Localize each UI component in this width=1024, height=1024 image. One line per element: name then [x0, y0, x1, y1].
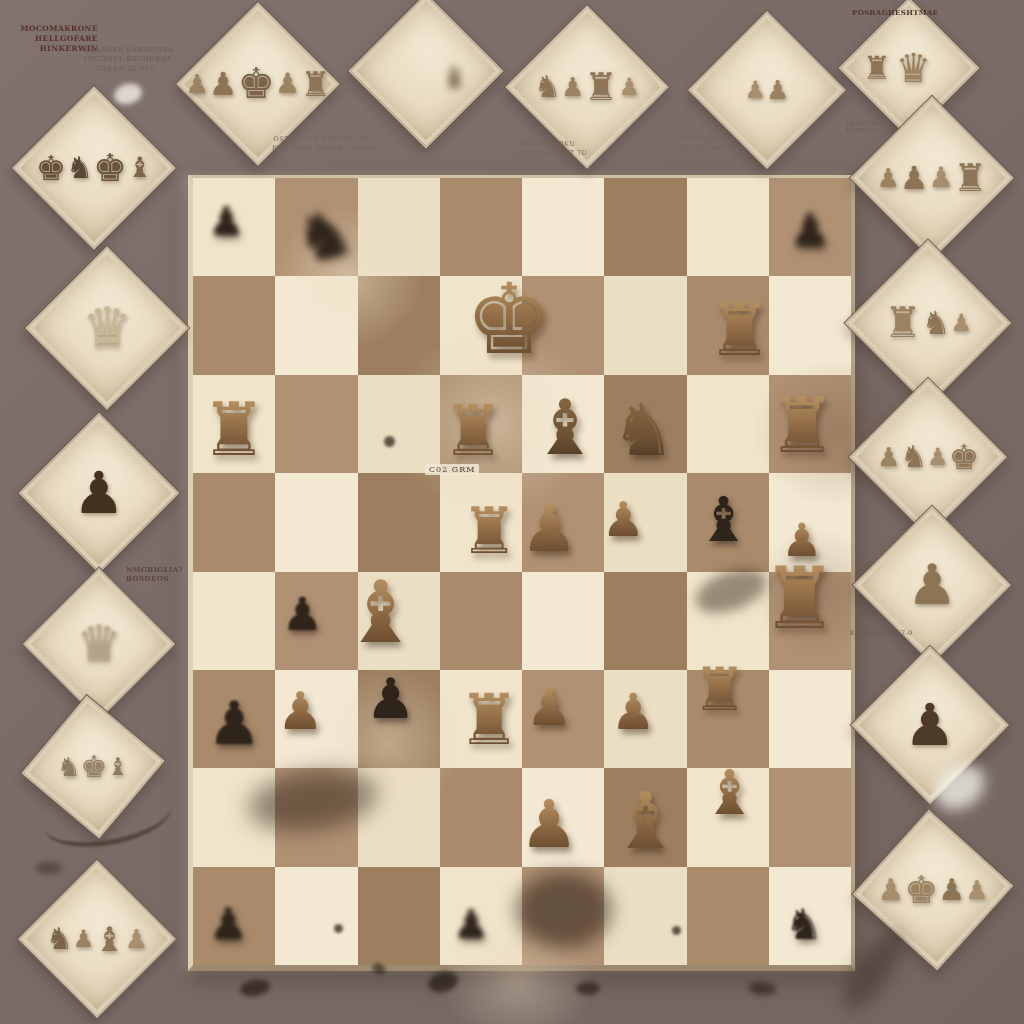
caption-top-left-sub: EERADER EAWBONBAINCOMEL EXCHEBRAGYEAN 36… [84, 46, 168, 74]
vignette-top-group-1-piece-2-icon: ♚ [237, 63, 275, 105]
vignette-right-cluster-2-piece-0-icon: ♟ [877, 444, 900, 470]
smudge-9 [576, 982, 600, 995]
vignette-left-white-queen-piece-0-icon: ♛ [82, 300, 132, 356]
caption-right-small-line-1: LILBUTMU [846, 120, 888, 127]
square-h7[interactable] [769, 276, 851, 374]
vignette-top-two-pawns-piece-0-icon: ♟ [745, 78, 767, 102]
caption-top-left-sub-line-2: INCOMEL EXCHEBRA [84, 55, 168, 64]
square-a5[interactable] [193, 473, 275, 571]
vignette-right-cluster-1-piece-2-icon: ♟ [928, 164, 953, 192]
piece-white-p-e2[interactable]: ♟ [520, 792, 579, 858]
smudge-8 [426, 968, 460, 995]
piece-white-b-c4[interactable]: ♝ [342, 569, 419, 655]
vignette-left-kings[interactable]: ♚♞♚♝ [12, 86, 176, 250]
square-c1[interactable] [358, 867, 440, 965]
square-c5[interactable] [358, 473, 440, 571]
square-a4[interactable] [193, 572, 275, 670]
caption-top-mid-left: OSTRAZ ON WABUELGRUPOOTBRBE WABLEQ SFDVD [272, 135, 372, 153]
square-c2[interactable] [358, 768, 440, 866]
vignette-top-group-2-piece-3-icon: ♟ [618, 75, 640, 99]
vignette-right-rook-knight-piece-0-icon: ♜ [884, 302, 922, 344]
square-g8[interactable] [687, 178, 769, 276]
square-c8[interactable] [358, 178, 440, 276]
vignette-right-bottom-group-piece-2-icon: ♟ [938, 875, 965, 905]
vignette-photo-top-two-pawns: ♟♟ [713, 36, 821, 144]
vignette-photo-top-group-1: ♟♟♚♟♜ [202, 28, 314, 140]
vignette-photo-left-kings: ♚♞♚♝ [38, 112, 150, 224]
piece-black-b-g5[interactable]: ♝ [696, 489, 752, 551]
vignette-right-bottom-group-piece-0-icon: ♟ [877, 875, 904, 905]
piece-white-k-d7[interactable]: ♚ [465, 270, 553, 368]
square-h3[interactable] [769, 670, 851, 768]
vignette-right-bottom-group-piece-1-icon: ♚ [904, 871, 938, 909]
vignette-photo-right-big-pawn: ♟ [878, 531, 986, 639]
caption-top-mid-left-line-2: POOTBRBE WABLEQ SFDVD [272, 144, 372, 153]
vignette-right-cluster-2-piece-2-icon: ♟ [927, 445, 949, 469]
square-e1[interactable] [522, 867, 604, 965]
vignette-left-bottom-group-piece-0-icon: ♞ [46, 924, 73, 954]
piece-white-b-f2[interactable]: ♝ [610, 782, 680, 860]
square-h2[interactable] [769, 768, 851, 866]
piece-black-b-e6[interactable]: ♝ [531, 390, 599, 466]
vignette-right-cluster-2-piece-1-icon: ♞ [900, 442, 927, 472]
square-c6[interactable] [358, 375, 440, 473]
smudge-10 [747, 981, 776, 996]
piece-white-r-g7[interactable]: ♜ [707, 294, 772, 366]
caption-left-mid-line-2: BOSOEOS [126, 574, 178, 583]
piece-white-p-e5[interactable]: ♟ [520, 497, 577, 561]
smudge-6 [239, 978, 271, 999]
vignette-photo-right-dark-pawn: ♟ [876, 671, 984, 779]
caption-top-dikumaj-line-2: REQWTSXX [678, 144, 726, 153]
vignette-left-kings-piece-1-icon: ♞ [66, 153, 93, 183]
vignette-photo-left-ghost-queen: ♛ [47, 592, 151, 696]
square-b5[interactable] [275, 473, 357, 571]
vignette-photo-left-dark-pawn: ♟ [44, 438, 154, 548]
square-f4[interactable] [604, 572, 686, 670]
vignette-top-group-1-piece-3-icon: ♟ [275, 70, 300, 98]
square-b7[interactable] [275, 276, 357, 374]
caption-top-mid-right: GALABBTGBKUMUTTUAOOWT 7U [518, 140, 586, 158]
caption-top-mid-right-line-1: GALABBTGBKU [518, 140, 586, 149]
square-d2[interactable] [440, 768, 522, 866]
vignette-right-bottom-group-piece-3-icon: ♟ [965, 877, 988, 903]
vignette-photo-right-cluster-1: ♟♟♟♜ [876, 122, 988, 234]
piece-white-r-g3[interactable]: ♜ [693, 659, 747, 719]
vignette-left-sketch-piece-1-icon: ♚ [80, 752, 107, 782]
piece-white-n-f6[interactable]: ♞ [611, 394, 676, 466]
vignette-photo-left-white-queen: ♛ [51, 272, 163, 384]
vignette-top-group-2-piece-1-icon: ♟ [561, 74, 584, 100]
vignette-right-rook-knight-piece-1-icon: ♞ [922, 307, 951, 339]
caption-right-mid: KIGLIARCHE 7-0 [850, 629, 912, 638]
vignette-top-two-pawns-piece-1-icon: ♟ [766, 77, 789, 103]
square-d4[interactable] [440, 572, 522, 670]
square-f1[interactable] [604, 867, 686, 965]
square-a2[interactable] [193, 768, 275, 866]
piece-white-r-a6[interactable]: ♜ [201, 392, 267, 466]
vignette-left-kings-piece-2-icon: ♚ [93, 149, 127, 187]
chess-board: ♟♞♚♜♟♜♜♝♞♜♜♟♟♝♟♟♝♜♟♟♟♜♟♟♜♟♝♝♟♟♞ C02 GRM [188, 175, 855, 971]
smudge-14 [36, 862, 62, 874]
caption-top-dikumaj: DIKUMAJREQWTSXX [678, 135, 726, 153]
piece-black-p-d1[interactable]: ♟ [453, 904, 489, 944]
vignette-photo-left-bottom-group: ♞♟♝♟ [43, 885, 151, 993]
vignette-top-empty-piece-0-icon: ♝ [442, 64, 465, 90]
vignette-photo-top-empty: ♝ [373, 18, 479, 124]
vignette-left-ghost-queen-piece-0-icon: ♛ [77, 619, 122, 669]
caption-top-left-title-line-1: MOCOMAKRONE [16, 24, 98, 34]
piece-white-r-h4[interactable]: ♜ [761, 555, 838, 641]
square-g6[interactable] [687, 375, 769, 473]
square-e4[interactable] [522, 572, 604, 670]
vignette-left-white-queen[interactable]: ♛ [25, 246, 189, 410]
caption-right-mid-line-1: KIGLIARCHE 7-0 [850, 629, 912, 638]
piece-black-p-c3[interactable]: ♟ [366, 671, 416, 727]
caption-top-right-title-line-1: POSRAGHESHTMAE [852, 8, 930, 17]
vignette-left-bottom-group-piece-2-icon: ♝ [94, 922, 124, 956]
square-f7[interactable] [604, 276, 686, 374]
piece-white-r-d3[interactable]: ♜ [457, 685, 520, 755]
vignette-left-dark-pawn[interactable]: ♟ [18, 412, 179, 573]
piece-black-n-h1[interactable]: ♞ [785, 904, 823, 946]
caption-right-small: LILBUTMUWLRPERS [846, 120, 888, 135]
square-a7[interactable] [193, 276, 275, 374]
piece-black-p-h8[interactable]: ♟ [789, 207, 830, 253]
vignette-top-group-1-piece-4-icon: ♜ [300, 67, 330, 101]
vignette-photo-top-right-royal: ♜♛ [861, 20, 957, 116]
vignette-left-dark-pawn-piece-0-icon: ♟ [73, 464, 125, 522]
vignette-right-cluster-1-piece-3-icon: ♜ [954, 159, 988, 197]
vignette-top-group-1-piece-1-icon: ♟ [209, 68, 238, 100]
vignette-left-kings-piece-0-icon: ♚ [36, 151, 66, 185]
piece-white-p-e3[interactable]: ♟ [526, 681, 573, 733]
square-b6[interactable] [275, 375, 357, 473]
square-g1[interactable] [687, 867, 769, 965]
caption-left-mid: NMGBIGLIA?BOSOEOS [126, 565, 178, 584]
caption-left-mid-line-1: NMGBIGLIA? [126, 565, 178, 574]
vignette-top-group-2-piece-0-icon: ♞ [534, 72, 561, 102]
piece-black-p-a1[interactable]: ♟ [208, 902, 247, 946]
piece-black-p-a3[interactable]: ♟ [207, 693, 261, 753]
square-b1[interactable] [275, 867, 357, 965]
vignette-right-bottom-group[interactable]: ♟♚♟♟ [853, 810, 1014, 971]
sepia-chess-scene: ♟♞♚♜♟♜♜♝♞♜♜♟♟♝♟♟♝♜♟♟♟♜♟♟♜♟♝♝♟♟♞ C02 GRM … [0, 0, 1024, 1024]
vignette-left-kings-piece-3-icon: ♝ [127, 154, 152, 182]
piece-white-p-f3[interactable]: ♟ [611, 687, 656, 737]
caption-top-dikumaj-line-1: DIKUMAJ [678, 135, 726, 144]
vignette-right-big-pawn-piece-0-icon: ♟ [907, 557, 957, 613]
piece-white-r-d5[interactable]: ♜ [460, 499, 517, 563]
vignette-left-bottom-group-piece-1-icon: ♟ [73, 927, 95, 951]
vignette-top-empty[interactable]: ♝ [348, 0, 504, 149]
piece-white-r-d6[interactable]: ♜ [441, 396, 504, 466]
vignette-left-bottom-group[interactable]: ♞♟♝♟ [18, 860, 176, 1018]
piece-white-p-f5[interactable]: ♟ [602, 495, 645, 543]
square-f8[interactable] [604, 178, 686, 276]
vignette-top-right-royal-piece-0-icon: ♜ [863, 52, 892, 84]
caption-top-right-title: POSRAGHESHTMAE [852, 8, 930, 17]
piece-white-b-g2[interactable]: ♝ [702, 762, 758, 824]
caption-top-mid-left-line-1: OSTRAZ ON WABUELGRU [272, 135, 372, 144]
vignette-right-cluster-1-piece-1-icon: ♟ [900, 162, 929, 194]
vignette-photo-right-rook-knight: ♜♞♟ [871, 266, 985, 380]
board-caption-label: C02 GRM [425, 464, 479, 475]
caption-top-mid-right-line-2: MUTTUAOOWT 7U [518, 149, 586, 158]
square-b2[interactable] [275, 768, 357, 866]
smudge-13 [112, 81, 144, 108]
vignette-photo-right-cluster-2: ♟♞♟♚ [874, 403, 982, 511]
vignette-left-bottom-group-piece-3-icon: ♟ [125, 926, 148, 952]
vignette-left-sketch-piece-0-icon: ♞ [57, 754, 80, 780]
vignette-photo-right-bottom-group: ♟♚♟♟ [878, 835, 988, 945]
piece-black-p-a8[interactable]: ♟ [208, 201, 244, 241]
caption-right-small-line-2: WLRPERS [846, 127, 888, 134]
vignette-right-cluster-1-piece-0-icon: ♟ [876, 165, 899, 191]
vignette-photo-top-group-2: ♞♟♜♟ [531, 31, 643, 143]
piece-white-r-h6[interactable]: ♜ [768, 388, 836, 464]
piece-black-p-b4[interactable]: ♟ [282, 591, 323, 637]
vignette-left-sketch-piece-2-icon: ♝ [107, 755, 129, 779]
caption-top-left-title-line-2: HELLGOFARE [16, 34, 98, 44]
vignette-top-group-1-piece-0-icon: ♟ [185, 71, 208, 97]
vignette-right-big-pawn[interactable]: ♟ [853, 506, 1011, 664]
caption-top-left-sub-line-3: GYEAN 36-0TC [84, 65, 168, 74]
vignette-right-cluster-2-piece-3-icon: ♚ [949, 440, 979, 474]
vignette-right-rook-knight-piece-2-icon: ♟ [950, 311, 972, 335]
vignette-top-right-royal-piece-1-icon: ♛ [895, 48, 931, 88]
vignette-top-group-2-piece-2-icon: ♜ [584, 68, 618, 106]
piece-white-p-b3[interactable]: ♟ [277, 685, 324, 737]
caption-top-left-sub-line-1: EERADER EAWBONBA [84, 46, 168, 55]
square-c7[interactable] [358, 276, 440, 374]
vignette-left-ghost-queen[interactable]: ♛ [23, 568, 176, 721]
vignette-right-dark-pawn-piece-0-icon: ♟ [904, 696, 956, 754]
vignette-right-dark-pawn[interactable]: ♟ [851, 646, 1009, 804]
